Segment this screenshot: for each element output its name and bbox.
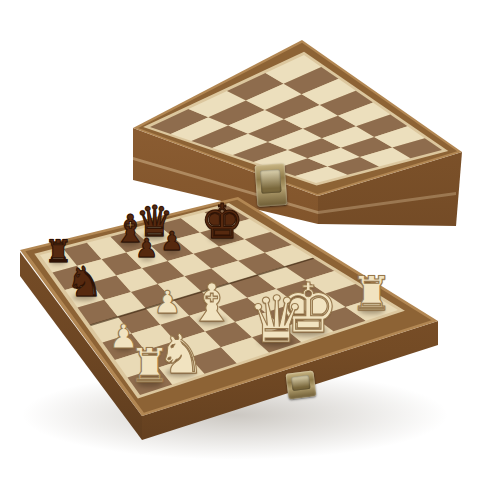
black-pawn-e7[interactable]: ♟ xyxy=(160,229,183,255)
chess-product-photo: ♜♝♛♟♟♚♞♟♟♝♜♞♛♚♜ xyxy=(0,0,500,500)
black-knight-a6[interactable]: ♞ xyxy=(66,262,103,303)
white-rook-h1[interactable]: ♜ xyxy=(350,271,392,318)
white-pawn-c4[interactable]: ♟ xyxy=(153,287,181,318)
open-board-clasp xyxy=(286,370,317,399)
white-queen-e1[interactable]: ♛ xyxy=(247,288,305,353)
white-rook-a1[interactable]: ♜ xyxy=(129,344,171,391)
closed-box-clasp xyxy=(255,163,288,207)
closed-box-clasp-keeper xyxy=(260,170,281,194)
open-board-clasp-keeper xyxy=(291,375,311,391)
black-king-g7[interactable]: ♚ xyxy=(201,197,244,245)
black-pawn-d7[interactable]: ♟ xyxy=(135,236,158,262)
